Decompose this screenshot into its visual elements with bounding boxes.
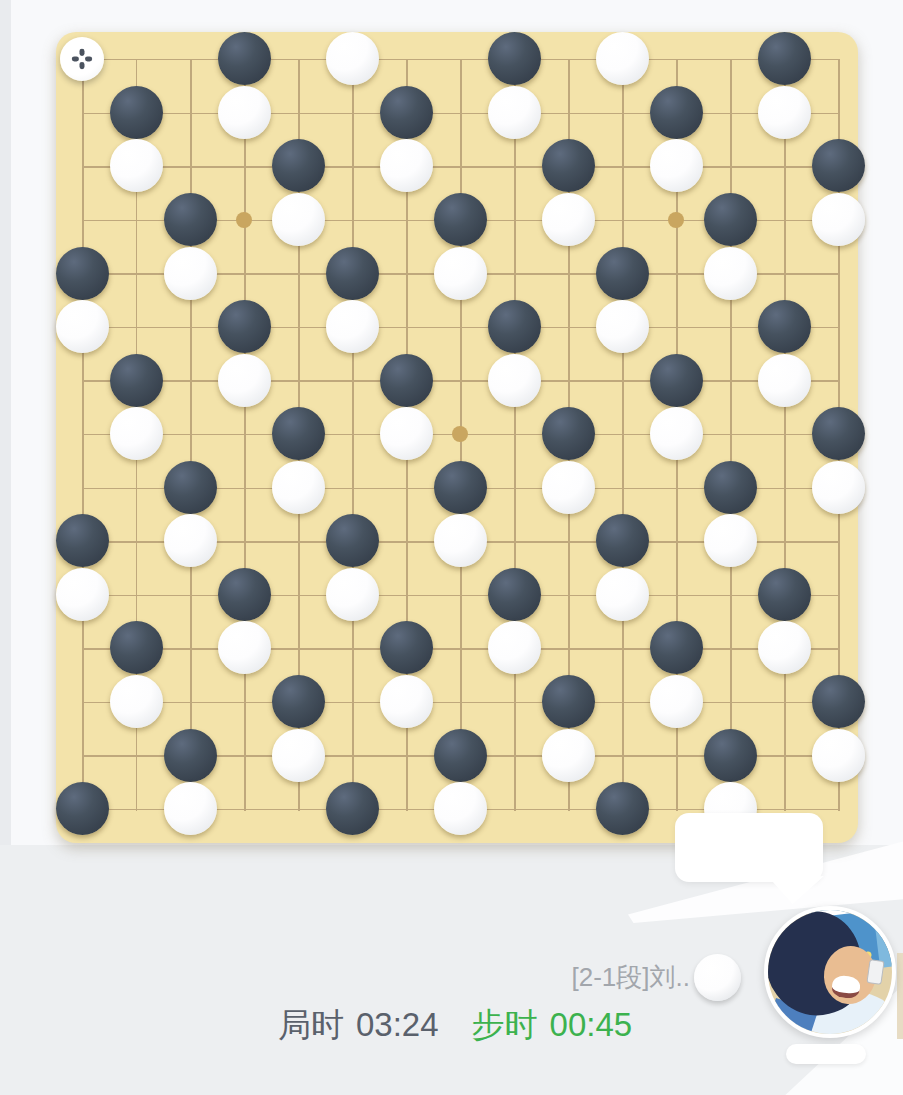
board-point[interactable] bbox=[487, 246, 541, 300]
board-point[interactable] bbox=[271, 514, 325, 568]
board-point[interactable] bbox=[649, 246, 703, 300]
board-point[interactable] bbox=[541, 32, 595, 86]
board-point[interactable] bbox=[595, 86, 649, 140]
board-point[interactable] bbox=[487, 728, 541, 782]
board-point[interactable] bbox=[109, 193, 163, 247]
board-point[interactable] bbox=[271, 32, 325, 86]
black-stone bbox=[488, 32, 541, 85]
black-stone bbox=[380, 354, 433, 407]
white-stone bbox=[758, 621, 811, 674]
board-point bbox=[487, 86, 541, 140]
board-point[interactable] bbox=[703, 568, 757, 622]
board-point[interactable] bbox=[433, 86, 487, 140]
black-stone bbox=[164, 193, 217, 246]
avatar-name-pill bbox=[786, 1044, 866, 1064]
board-point bbox=[703, 461, 757, 515]
board-point bbox=[757, 568, 811, 622]
board-point[interactable] bbox=[55, 461, 109, 515]
board-point[interactable] bbox=[595, 353, 649, 407]
board-point[interactable] bbox=[271, 568, 325, 622]
board-point bbox=[109, 86, 163, 140]
white-stone bbox=[596, 568, 649, 621]
black-stone bbox=[650, 621, 703, 674]
white-stone bbox=[110, 139, 163, 192]
board-point bbox=[325, 514, 379, 568]
white-stone bbox=[650, 407, 703, 460]
board-point[interactable] bbox=[109, 32, 163, 86]
black-stone bbox=[164, 729, 217, 782]
white-stone bbox=[272, 193, 325, 246]
board-point[interactable] bbox=[433, 139, 487, 193]
board-point[interactable] bbox=[649, 32, 703, 86]
white-stone bbox=[218, 86, 271, 139]
board-point bbox=[703, 514, 757, 568]
black-stone bbox=[380, 621, 433, 674]
black-stone bbox=[542, 139, 595, 192]
board-point[interactable] bbox=[217, 728, 271, 782]
board-point[interactable] bbox=[109, 782, 163, 836]
board-point[interactable] bbox=[325, 461, 379, 515]
white-stone bbox=[812, 729, 865, 782]
black-stone bbox=[272, 139, 325, 192]
black-stone bbox=[218, 568, 271, 621]
board-point bbox=[433, 728, 487, 782]
board-point[interactable] bbox=[325, 193, 379, 247]
board-point bbox=[757, 32, 811, 86]
left-edge-strip bbox=[0, 0, 11, 845]
board-point bbox=[325, 246, 379, 300]
go-board[interactable] bbox=[56, 32, 858, 843]
board-point bbox=[811, 139, 865, 193]
board-point[interactable] bbox=[541, 86, 595, 140]
board-point bbox=[703, 246, 757, 300]
board-point bbox=[217, 86, 271, 140]
black-stone bbox=[110, 621, 163, 674]
board-point[interactable] bbox=[433, 300, 487, 354]
white-stone bbox=[272, 461, 325, 514]
board-point[interactable] bbox=[55, 139, 109, 193]
board-point bbox=[325, 32, 379, 86]
black-stone bbox=[542, 675, 595, 728]
white-stone bbox=[542, 461, 595, 514]
board-point bbox=[433, 514, 487, 568]
player-avatar[interactable] bbox=[764, 906, 896, 1038]
board-point bbox=[595, 514, 649, 568]
clock-bar: 局时 03:24 步时 00:45 bbox=[278, 1007, 632, 1043]
board-point bbox=[595, 246, 649, 300]
board-point bbox=[55, 782, 109, 836]
board-point[interactable] bbox=[325, 86, 379, 140]
board-point bbox=[163, 514, 217, 568]
board-point[interactable] bbox=[163, 675, 217, 729]
board-point[interactable] bbox=[703, 407, 757, 461]
board-point bbox=[55, 246, 109, 300]
board-point[interactable] bbox=[595, 193, 649, 247]
board-point[interactable] bbox=[163, 407, 217, 461]
black-stone bbox=[110, 354, 163, 407]
board-point[interactable] bbox=[433, 32, 487, 86]
white-stone bbox=[812, 193, 865, 246]
board-point[interactable] bbox=[379, 32, 433, 86]
board-point bbox=[649, 621, 703, 675]
board-point bbox=[379, 621, 433, 675]
black-stone bbox=[434, 461, 487, 514]
board-point bbox=[163, 193, 217, 247]
board-point[interactable] bbox=[217, 675, 271, 729]
board-point[interactable] bbox=[757, 514, 811, 568]
board-point[interactable] bbox=[433, 675, 487, 729]
board-point[interactable] bbox=[649, 193, 703, 247]
white-stone bbox=[812, 461, 865, 514]
black-stone bbox=[218, 300, 271, 353]
board-point bbox=[811, 675, 865, 729]
white-stone bbox=[218, 354, 271, 407]
black-stone bbox=[812, 139, 865, 192]
board-point bbox=[487, 300, 541, 354]
board-point bbox=[55, 300, 109, 354]
board-point bbox=[595, 782, 649, 836]
board-point bbox=[271, 728, 325, 782]
board-point[interactable] bbox=[163, 86, 217, 140]
board-point[interactable] bbox=[595, 139, 649, 193]
move-time-label: 步时 bbox=[472, 1007, 538, 1043]
black-stone bbox=[650, 86, 703, 139]
board-point[interactable] bbox=[703, 139, 757, 193]
white-stone bbox=[488, 86, 541, 139]
board-point[interactable] bbox=[217, 407, 271, 461]
board-point[interactable] bbox=[217, 782, 271, 836]
board-point[interactable] bbox=[55, 353, 109, 407]
game-time-clock: 局时 03:24 bbox=[278, 1007, 439, 1043]
white-stone bbox=[434, 782, 487, 835]
board-point[interactable] bbox=[541, 353, 595, 407]
board-point[interactable] bbox=[271, 300, 325, 354]
board-point[interactable] bbox=[271, 86, 325, 140]
board-point bbox=[541, 461, 595, 515]
board-point bbox=[433, 193, 487, 247]
board-point[interactable] bbox=[649, 728, 703, 782]
board-point bbox=[487, 32, 541, 86]
white-stone bbox=[380, 139, 433, 192]
board-point[interactable] bbox=[55, 728, 109, 782]
board-point[interactable] bbox=[811, 300, 865, 354]
board-point[interactable] bbox=[487, 193, 541, 247]
board-point[interactable] bbox=[811, 86, 865, 140]
board-point bbox=[271, 139, 325, 193]
board-point[interactable] bbox=[379, 246, 433, 300]
board-point[interactable] bbox=[433, 353, 487, 407]
black-stone bbox=[596, 514, 649, 567]
board-point[interactable] bbox=[595, 461, 649, 515]
board-point[interactable] bbox=[217, 461, 271, 515]
board-point[interactable] bbox=[163, 139, 217, 193]
board-point[interactable] bbox=[811, 353, 865, 407]
board-point bbox=[217, 32, 271, 86]
black-stone bbox=[812, 675, 865, 728]
board-point[interactable] bbox=[541, 621, 595, 675]
board-move-button[interactable] bbox=[60, 37, 104, 81]
board-point[interactable] bbox=[109, 728, 163, 782]
board-point[interactable] bbox=[595, 728, 649, 782]
white-stone bbox=[434, 514, 487, 567]
board-point[interactable] bbox=[649, 568, 703, 622]
board-point bbox=[541, 407, 595, 461]
board-point[interactable] bbox=[703, 86, 757, 140]
white-stone-indicator bbox=[694, 954, 741, 1001]
black-stone bbox=[326, 514, 379, 567]
black-stone bbox=[434, 193, 487, 246]
board-point bbox=[217, 300, 271, 354]
white-stone bbox=[650, 675, 703, 728]
board-point bbox=[271, 407, 325, 461]
board-point[interactable] bbox=[325, 621, 379, 675]
board-point[interactable] bbox=[595, 675, 649, 729]
board-point[interactable] bbox=[325, 728, 379, 782]
board-point bbox=[379, 139, 433, 193]
black-stone bbox=[758, 300, 811, 353]
board-point bbox=[271, 675, 325, 729]
board-point bbox=[325, 300, 379, 354]
board-point[interactable] bbox=[379, 568, 433, 622]
board-point[interactable] bbox=[811, 514, 865, 568]
board-point[interactable] bbox=[379, 782, 433, 836]
board-point bbox=[811, 461, 865, 515]
black-stone bbox=[272, 407, 325, 460]
board-point[interactable] bbox=[811, 621, 865, 675]
board-point[interactable] bbox=[541, 246, 595, 300]
board-point[interactable] bbox=[217, 246, 271, 300]
board-point[interactable] bbox=[379, 300, 433, 354]
board-point[interactable] bbox=[271, 246, 325, 300]
board-point[interactable] bbox=[55, 86, 109, 140]
board-point[interactable] bbox=[487, 675, 541, 729]
black-stone bbox=[56, 514, 109, 567]
board-point[interactable] bbox=[217, 514, 271, 568]
board-point[interactable] bbox=[703, 353, 757, 407]
board-point bbox=[379, 86, 433, 140]
board-point[interactable] bbox=[325, 353, 379, 407]
player-name: [2-1段]刘.. bbox=[572, 962, 690, 992]
board-point bbox=[433, 246, 487, 300]
board-point bbox=[757, 353, 811, 407]
board-point bbox=[811, 193, 865, 247]
right-edge-strip bbox=[897, 953, 903, 1039]
board-point[interactable] bbox=[55, 675, 109, 729]
white-stone bbox=[326, 32, 379, 85]
board-point[interactable] bbox=[433, 407, 487, 461]
white-stone bbox=[326, 568, 379, 621]
board-point[interactable] bbox=[541, 514, 595, 568]
board-point[interactable] bbox=[757, 139, 811, 193]
black-stone bbox=[434, 729, 487, 782]
board-point bbox=[649, 407, 703, 461]
board-point[interactable] bbox=[649, 300, 703, 354]
board-point[interactable] bbox=[325, 407, 379, 461]
white-stone bbox=[542, 193, 595, 246]
board-point[interactable] bbox=[379, 461, 433, 515]
board-point[interactable] bbox=[487, 782, 541, 836]
board-point bbox=[271, 193, 325, 247]
board-point[interactable] bbox=[649, 461, 703, 515]
board-point[interactable] bbox=[109, 461, 163, 515]
board-point[interactable] bbox=[217, 139, 271, 193]
board-point[interactable] bbox=[757, 461, 811, 515]
board-point bbox=[325, 568, 379, 622]
game-time-value: 03:24 bbox=[356, 1007, 439, 1043]
board-point[interactable] bbox=[541, 568, 595, 622]
board-point bbox=[217, 568, 271, 622]
board-point[interactable] bbox=[703, 300, 757, 354]
board-point bbox=[757, 300, 811, 354]
board-point[interactable] bbox=[703, 32, 757, 86]
white-stone bbox=[758, 86, 811, 139]
black-stone bbox=[704, 193, 757, 246]
board-point bbox=[217, 621, 271, 675]
white-stone bbox=[596, 300, 649, 353]
board-point bbox=[487, 568, 541, 622]
board-point[interactable] bbox=[325, 139, 379, 193]
board-point[interactable] bbox=[541, 300, 595, 354]
white-stone bbox=[326, 300, 379, 353]
board-point[interactable] bbox=[271, 353, 325, 407]
black-stone bbox=[380, 86, 433, 139]
white-stone bbox=[218, 621, 271, 674]
board-point[interactable] bbox=[757, 675, 811, 729]
board-point bbox=[55, 568, 109, 622]
black-stone bbox=[56, 247, 109, 300]
board-point[interactable] bbox=[163, 568, 217, 622]
board-point bbox=[271, 461, 325, 515]
black-stone bbox=[704, 461, 757, 514]
board-point[interactable] bbox=[433, 621, 487, 675]
board-point bbox=[811, 407, 865, 461]
board-point[interactable] bbox=[379, 193, 433, 247]
board-point bbox=[487, 353, 541, 407]
board-point[interactable] bbox=[163, 300, 217, 354]
black-stone bbox=[758, 32, 811, 85]
board-point[interactable] bbox=[811, 246, 865, 300]
board-point[interactable] bbox=[487, 407, 541, 461]
board-point bbox=[163, 728, 217, 782]
board-point[interactable] bbox=[55, 621, 109, 675]
board-point bbox=[541, 728, 595, 782]
board-point[interactable] bbox=[55, 407, 109, 461]
white-stone bbox=[488, 354, 541, 407]
board-point bbox=[109, 621, 163, 675]
black-stone bbox=[812, 407, 865, 460]
board-point[interactable] bbox=[487, 139, 541, 193]
board-point[interactable] bbox=[55, 193, 109, 247]
board-point[interactable] bbox=[109, 568, 163, 622]
white-stone bbox=[488, 621, 541, 674]
app-screen: [2-1段]刘.. 局时 03:24 步时 00:45 bbox=[0, 0, 903, 1095]
board-point[interactable] bbox=[163, 621, 217, 675]
board-point bbox=[649, 675, 703, 729]
white-stone bbox=[704, 514, 757, 567]
black-stone bbox=[218, 32, 271, 85]
board-point[interactable] bbox=[757, 407, 811, 461]
avatar-art-glass bbox=[866, 959, 884, 985]
black-stone bbox=[326, 247, 379, 300]
white-stone bbox=[56, 300, 109, 353]
board-point bbox=[595, 568, 649, 622]
white-stone bbox=[758, 354, 811, 407]
board-point bbox=[703, 728, 757, 782]
board-point bbox=[109, 353, 163, 407]
white-stone bbox=[110, 407, 163, 460]
board-point bbox=[541, 675, 595, 729]
board-point[interactable] bbox=[757, 193, 811, 247]
board-point[interactable] bbox=[595, 407, 649, 461]
board-point bbox=[487, 621, 541, 675]
board-point bbox=[703, 193, 757, 247]
white-stone bbox=[434, 247, 487, 300]
black-stone bbox=[650, 354, 703, 407]
goban-grid bbox=[55, 32, 865, 836]
board-point[interactable] bbox=[595, 621, 649, 675]
white-stone bbox=[542, 729, 595, 782]
board-point[interactable] bbox=[649, 514, 703, 568]
board-point bbox=[595, 300, 649, 354]
black-stone bbox=[488, 300, 541, 353]
board-point[interactable] bbox=[811, 568, 865, 622]
board-point bbox=[433, 782, 487, 836]
board-point bbox=[433, 461, 487, 515]
white-stone bbox=[164, 782, 217, 835]
board-point bbox=[757, 621, 811, 675]
board-point[interactable] bbox=[703, 675, 757, 729]
board-point[interactable] bbox=[109, 246, 163, 300]
board-point[interactable] bbox=[109, 514, 163, 568]
board-point[interactable] bbox=[325, 675, 379, 729]
board-point[interactable] bbox=[811, 32, 865, 86]
board-point[interactable] bbox=[757, 728, 811, 782]
black-stone bbox=[164, 461, 217, 514]
board-point[interactable] bbox=[163, 32, 217, 86]
board-point bbox=[163, 246, 217, 300]
black-stone bbox=[272, 675, 325, 728]
board-point[interactable] bbox=[271, 621, 325, 675]
move-time-clock: 步时 00:45 bbox=[472, 1007, 633, 1043]
board-point[interactable] bbox=[217, 193, 271, 247]
board-point bbox=[379, 353, 433, 407]
board-point[interactable] bbox=[379, 728, 433, 782]
board-point[interactable] bbox=[487, 461, 541, 515]
board-point[interactable] bbox=[109, 300, 163, 354]
board-point bbox=[649, 353, 703, 407]
board-point[interactable] bbox=[271, 782, 325, 836]
board-point[interactable] bbox=[487, 514, 541, 568]
board-point[interactable] bbox=[703, 621, 757, 675]
board-point[interactable] bbox=[379, 514, 433, 568]
board-point[interactable] bbox=[757, 246, 811, 300]
board-point[interactable] bbox=[541, 782, 595, 836]
crosshair-move-icon bbox=[69, 46, 95, 72]
board-point bbox=[595, 32, 649, 86]
white-stone bbox=[110, 675, 163, 728]
board-point bbox=[811, 728, 865, 782]
white-stone bbox=[380, 407, 433, 460]
board-point bbox=[163, 782, 217, 836]
black-stone bbox=[704, 729, 757, 782]
white-stone bbox=[650, 139, 703, 192]
black-stone bbox=[542, 407, 595, 460]
board-point bbox=[217, 353, 271, 407]
board-point bbox=[163, 461, 217, 515]
board-point[interactable] bbox=[433, 568, 487, 622]
white-stone bbox=[596, 32, 649, 85]
board-point[interactable] bbox=[163, 353, 217, 407]
